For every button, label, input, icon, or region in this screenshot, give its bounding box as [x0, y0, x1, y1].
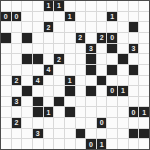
cell-r8c12[interactable]	[129, 86, 139, 96]
cell-r7c5[interactable]	[54, 76, 64, 86]
cell-r11c9[interactable]: 0	[97, 118, 107, 128]
cell-r12c0[interactable]	[1, 129, 11, 139]
cell-r0c2[interactable]	[22, 1, 32, 11]
cell-r5c0[interactable]	[1, 54, 11, 64]
cell-r3c4[interactable]	[44, 33, 54, 43]
cell-r13c5[interactable]	[54, 139, 64, 149]
cell-r4c9[interactable]	[97, 44, 107, 54]
cell-r0c10[interactable]	[107, 1, 117, 11]
cell-r13c1[interactable]	[12, 139, 22, 149]
cell-r0c6[interactable]	[65, 1, 75, 11]
cell-r11c4[interactable]	[44, 118, 54, 128]
cell-r7c13[interactable]	[139, 76, 149, 86]
cell-r0c4[interactable]: 1	[44, 1, 54, 11]
cell-r3c12[interactable]	[129, 33, 139, 43]
cell-r9c9[interactable]	[97, 97, 107, 107]
cell-r2c5[interactable]	[54, 22, 64, 32]
cell-r4c2[interactable]	[22, 44, 32, 54]
cell-r8c2[interactable]	[22, 86, 32, 96]
cell-r5c5[interactable]: 2	[54, 54, 64, 64]
cell-r6c12[interactable]	[129, 65, 139, 75]
cell-r3c1[interactable]	[12, 33, 22, 43]
cell-r11c5[interactable]	[54, 118, 64, 128]
cell-r3c3[interactable]	[33, 33, 43, 43]
cell-r1c10[interactable]: 1	[107, 12, 117, 22]
cell-r5c8[interactable]	[86, 54, 96, 64]
cell-r8c4[interactable]	[44, 86, 54, 96]
cell-r1c2[interactable]	[22, 12, 32, 22]
cell-r12c11[interactable]	[118, 129, 128, 139]
cell-r7c12[interactable]	[129, 76, 139, 86]
cell-r6c7[interactable]	[76, 65, 86, 75]
cell-r6c5[interactable]	[54, 65, 64, 75]
cell-r2c3[interactable]	[33, 22, 43, 32]
cell-r11c13[interactable]	[139, 118, 149, 128]
cell-r11c3[interactable]	[33, 118, 43, 128]
cell-r5c2[interactable]	[22, 54, 32, 64]
cell-r13c10[interactable]	[107, 139, 117, 149]
cell-r13c0[interactable]	[1, 139, 11, 149]
cell-r8c5[interactable]	[54, 86, 64, 96]
cell-r6c0[interactable]	[1, 65, 11, 75]
cell-r1c11[interactable]	[118, 12, 128, 22]
cell-r13c4[interactable]	[44, 139, 54, 149]
cell-r4c3[interactable]	[33, 44, 43, 54]
cell-r13c8[interactable]: 0	[86, 139, 96, 149]
cell-r11c0[interactable]	[1, 118, 11, 128]
cell-r9c12[interactable]	[129, 97, 139, 107]
cell-r10c13[interactable]: 1	[139, 107, 149, 117]
cell-r3c5[interactable]	[54, 33, 64, 43]
cell-r4c6[interactable]	[65, 44, 75, 54]
cell-r12c10[interactable]	[107, 129, 117, 139]
cell-r11c11[interactable]	[118, 118, 128, 128]
cell-r4c5[interactable]	[54, 44, 64, 54]
cell-r6c3[interactable]	[33, 65, 43, 75]
cell-r2c12[interactable]	[129, 22, 139, 32]
cell-r7c8[interactable]	[86, 76, 96, 86]
cell-r2c9[interactable]	[97, 22, 107, 32]
cell-r13c7[interactable]	[76, 139, 86, 149]
cell-r12c8[interactable]	[86, 129, 96, 139]
cell-r9c13[interactable]	[139, 97, 149, 107]
cell-r9c0[interactable]	[1, 97, 11, 107]
cell-r0c12[interactable]	[129, 1, 139, 11]
cell-r0c13[interactable]	[139, 1, 149, 11]
cell-r13c2[interactable]	[22, 139, 32, 149]
cell-r5c7[interactable]	[76, 54, 86, 64]
cell-r11c2[interactable]	[22, 118, 32, 128]
cell-r12c4[interactable]	[44, 129, 54, 139]
cell-r8c11[interactable]: 1	[118, 86, 128, 96]
cell-r12c12[interactable]	[129, 129, 139, 139]
cell-r11c6[interactable]	[65, 118, 75, 128]
cell-r2c4[interactable]: 2	[44, 22, 54, 32]
cell-r5c12[interactable]	[129, 54, 139, 64]
cell-r6c9[interactable]	[97, 65, 107, 75]
cell-r6c2[interactable]	[22, 65, 32, 75]
cell-r3c9[interactable]: 2	[97, 33, 107, 43]
cell-r3c13[interactable]	[139, 33, 149, 43]
cell-r10c0[interactable]	[1, 107, 11, 117]
cell-r5c3[interactable]	[33, 54, 43, 64]
cell-r1c1[interactable]: 0	[12, 12, 22, 22]
cell-r0c8[interactable]	[86, 1, 96, 11]
cell-r12c7[interactable]	[76, 129, 86, 139]
cell-r10c1[interactable]	[12, 107, 22, 117]
cell-r6c13[interactable]	[139, 65, 149, 75]
cell-r12c3[interactable]: 3	[33, 129, 43, 139]
cell-r3c7[interactable]: 2	[76, 33, 86, 43]
cell-r2c7[interactable]	[76, 22, 86, 32]
cell-r2c1[interactable]	[12, 22, 22, 32]
cell-r3c10[interactable]: 0	[107, 33, 117, 43]
cell-r10c8[interactable]	[86, 107, 96, 117]
cell-r2c10[interactable]	[107, 22, 117, 32]
cell-r0c0[interactable]	[1, 1, 11, 11]
cell-r6c6[interactable]	[65, 65, 75, 75]
cell-r0c3[interactable]	[33, 1, 43, 11]
cell-r7c6[interactable]: 1	[65, 76, 75, 86]
cell-r7c0[interactable]	[1, 76, 11, 86]
cell-r7c11[interactable]	[118, 76, 128, 86]
cell-r4c7[interactable]	[76, 44, 86, 54]
cell-r10c10[interactable]	[107, 107, 117, 117]
cell-r8c10[interactable]: 0	[107, 86, 117, 96]
cell-r4c13[interactable]	[139, 44, 149, 54]
cell-r12c6[interactable]	[65, 129, 75, 139]
cell-r12c2[interactable]	[22, 129, 32, 139]
cell-r8c8[interactable]	[86, 86, 96, 96]
cell-r12c9[interactable]	[97, 129, 107, 139]
cell-r1c0[interactable]: 0	[1, 12, 11, 22]
cell-r10c2[interactable]	[22, 107, 32, 117]
cell-r7c3[interactable]: 4	[33, 76, 43, 86]
cell-r12c13[interactable]	[139, 129, 149, 139]
cell-r13c3[interactable]	[33, 139, 43, 149]
cell-r13c6[interactable]	[65, 139, 75, 149]
cell-r11c10[interactable]	[107, 118, 117, 128]
cell-r1c8[interactable]	[86, 12, 96, 22]
cell-r5c6[interactable]	[65, 54, 75, 64]
cell-r3c6[interactable]	[65, 33, 75, 43]
cell-r2c11[interactable]	[118, 22, 128, 32]
cell-r10c5[interactable]	[54, 107, 64, 117]
cell-r3c8[interactable]	[86, 33, 96, 43]
cell-r2c6[interactable]	[65, 22, 75, 32]
cell-r4c1[interactable]	[12, 44, 22, 54]
cell-r9c10[interactable]	[107, 97, 117, 107]
cell-r8c3[interactable]	[33, 86, 43, 96]
cell-r9c2[interactable]	[22, 97, 32, 107]
cell-r11c1[interactable]: 2	[12, 118, 22, 128]
cell-r1c4[interactable]	[44, 12, 54, 22]
cell-r13c13[interactable]	[139, 139, 149, 149]
cell-r13c12[interactable]	[129, 139, 139, 149]
cell-r10c4[interactable]: 1	[44, 107, 54, 117]
cell-r9c4[interactable]	[44, 97, 54, 107]
cell-r6c11[interactable]	[118, 65, 128, 75]
cell-r1c5[interactable]	[54, 12, 64, 22]
cell-r0c11[interactable]	[118, 1, 128, 11]
cell-r13c11[interactable]	[118, 139, 128, 149]
cell-r6c4[interactable]: 4	[44, 65, 54, 75]
cell-r10c6[interactable]	[65, 107, 75, 117]
cell-r7c7[interactable]	[76, 76, 86, 86]
cell-r9c11[interactable]	[118, 97, 128, 107]
cell-r5c11[interactable]	[118, 54, 128, 64]
cell-r6c8[interactable]	[86, 65, 96, 75]
cell-r7c10[interactable]	[107, 76, 117, 86]
cell-r5c13[interactable]	[139, 54, 149, 64]
cell-r11c8[interactable]	[86, 118, 96, 128]
cell-r7c9[interactable]	[97, 76, 107, 86]
cell-r0c5[interactable]: 1	[54, 1, 64, 11]
cell-r2c2[interactable]	[22, 22, 32, 32]
cell-r11c7[interactable]	[76, 118, 86, 128]
cell-r11c12[interactable]	[129, 118, 139, 128]
cell-r4c4[interactable]	[44, 44, 54, 54]
cell-r12c1[interactable]	[12, 129, 22, 139]
cell-r12c5[interactable]	[54, 129, 64, 139]
cell-r8c6[interactable]	[65, 86, 75, 96]
cell-r9c5[interactable]	[54, 97, 64, 107]
cell-r9c3[interactable]	[33, 97, 43, 107]
cell-r10c3[interactable]	[33, 107, 43, 117]
cell-r7c1[interactable]: 2	[12, 76, 22, 86]
cell-r1c13[interactable]	[139, 12, 149, 22]
cell-r5c1[interactable]	[12, 54, 22, 64]
cell-r1c9[interactable]	[97, 12, 107, 22]
cell-r10c11[interactable]	[118, 107, 128, 117]
cell-r10c7[interactable]	[76, 107, 86, 117]
cell-r4c0[interactable]	[1, 44, 11, 54]
cell-r5c9[interactable]	[97, 54, 107, 64]
cell-r8c13[interactable]	[139, 86, 149, 96]
cell-r9c8[interactable]	[86, 97, 96, 107]
cell-r5c10[interactable]	[107, 54, 117, 64]
cell-r3c0[interactable]	[1, 33, 11, 43]
cell-r8c0[interactable]	[1, 86, 11, 96]
cell-r4c10[interactable]	[107, 44, 117, 54]
cell-r10c9[interactable]	[97, 107, 107, 117]
cell-r0c1[interactable]	[12, 1, 22, 11]
cell-r9c7[interactable]	[76, 97, 86, 107]
cell-r2c8[interactable]	[86, 22, 96, 32]
cell-r4c12[interactable]: 3	[129, 44, 139, 54]
cell-r2c13[interactable]	[139, 22, 149, 32]
cell-r1c3[interactable]	[33, 12, 43, 22]
cell-r13c9[interactable]: 1	[97, 139, 107, 149]
cell-r9c1[interactable]: 3	[12, 97, 22, 107]
cell-r7c4[interactable]	[44, 76, 54, 86]
cell-r10c12[interactable]: 0	[129, 107, 139, 117]
cell-r2c0[interactable]	[1, 22, 11, 32]
cell-r0c7[interactable]	[76, 1, 86, 11]
cell-r3c11[interactable]	[118, 33, 128, 43]
cell-r9c6[interactable]	[65, 97, 75, 107]
cell-r8c1[interactable]	[12, 86, 22, 96]
cell-r8c9[interactable]	[97, 86, 107, 96]
cell-r7c2[interactable]	[22, 76, 32, 86]
cell-r4c11[interactable]	[118, 44, 128, 54]
cell-r5c4[interactable]	[44, 54, 54, 64]
puzzle-board: 1100112220332424101310120301	[0, 0, 150, 150]
cell-r1c12[interactable]	[129, 12, 139, 22]
cell-r1c7[interactable]	[76, 12, 86, 22]
cell-r6c10[interactable]	[107, 65, 117, 75]
cell-r3c2[interactable]	[22, 33, 32, 43]
cell-r8c7[interactable]	[76, 86, 86, 96]
cell-r1c6[interactable]: 1	[65, 12, 75, 22]
cell-r0c9[interactable]	[97, 1, 107, 11]
cell-r4c8[interactable]: 3	[86, 44, 96, 54]
cell-r6c1[interactable]	[12, 65, 22, 75]
